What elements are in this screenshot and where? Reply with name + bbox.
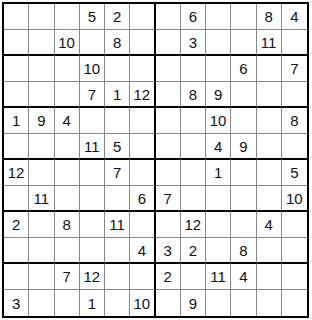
cell-r1c11-given[interactable]: 8 (257, 4, 282, 30)
cell-r10c2[interactable] (29, 238, 54, 264)
cell-r6c5-given[interactable]: 5 (105, 134, 130, 160)
cell-r4c6-given[interactable]: 12 (130, 82, 155, 108)
cell-r9c3-given[interactable]: 8 (55, 212, 80, 238)
cell-r11c8[interactable] (181, 264, 206, 290)
cell-r4c12[interactable] (282, 82, 307, 108)
cell-r7c2[interactable] (29, 160, 54, 186)
cell-r6c7[interactable] (156, 134, 181, 160)
cell-r7c10[interactable] (231, 160, 256, 186)
cell-r5c5[interactable] (105, 108, 130, 134)
cell-r2c4[interactable] (80, 30, 105, 56)
cell-r8c8[interactable] (181, 186, 206, 212)
cell-r9c11-given[interactable]: 4 (257, 212, 282, 238)
cell-r3c5[interactable] (105, 56, 130, 82)
cell-r7c12-given[interactable]: 5 (282, 160, 307, 186)
cell-r12c5[interactable] (105, 290, 130, 316)
cell-r7c8[interactable] (181, 160, 206, 186)
cell-r4c3[interactable] (55, 82, 80, 108)
cell-r8c4[interactable] (80, 186, 105, 212)
cell-r11c6[interactable] (130, 264, 155, 290)
cell-r12c7[interactable] (156, 290, 181, 316)
sudoku-board: 5268410831110677112891941081154912715116… (2, 2, 309, 318)
cell-r6c2[interactable] (29, 134, 54, 160)
cell-r12c4-given[interactable]: 1 (80, 290, 105, 316)
cell-r3c11[interactable] (257, 56, 282, 82)
cell-r8c3[interactable] (55, 186, 80, 212)
cell-r1c10[interactable] (231, 4, 256, 30)
cell-r4c1[interactable] (4, 82, 29, 108)
cell-r3c12-given[interactable]: 7 (282, 56, 307, 82)
cell-r11c5[interactable] (105, 264, 130, 290)
cell-r4c9-given[interactable]: 9 (206, 82, 231, 108)
cell-r1c6[interactable] (130, 4, 155, 30)
cell-r9c1-given[interactable]: 2 (4, 212, 29, 238)
cell-r2c2[interactable] (29, 30, 54, 56)
cell-r5c3-given[interactable]: 4 (55, 108, 80, 134)
cell-r1c12-given[interactable]: 4 (282, 4, 307, 30)
cell-r12c2[interactable] (29, 290, 54, 316)
cell-r11c10-given[interactable]: 4 (231, 264, 256, 290)
cell-r4c8-given[interactable]: 8 (181, 82, 206, 108)
cell-r4c5-given[interactable]: 1 (105, 82, 130, 108)
cell-r6c8[interactable] (181, 134, 206, 160)
cell-r8c1[interactable] (4, 186, 29, 212)
cell-r2c3-given[interactable]: 10 (55, 30, 80, 56)
cell-r5c7[interactable] (156, 108, 181, 134)
cell-r11c7-given[interactable]: 2 (156, 264, 181, 290)
cell-r5c11[interactable] (257, 108, 282, 134)
cell-r8c10[interactable] (231, 186, 256, 212)
cell-r9c8-given[interactable]: 12 (181, 212, 206, 238)
cell-r7c4[interactable] (80, 160, 105, 186)
cell-r6c12[interactable] (282, 134, 307, 160)
cell-r2c12[interactable] (282, 30, 307, 56)
cell-r12c6-given[interactable]: 10 (130, 290, 155, 316)
cell-r7c1-given[interactable]: 12 (4, 160, 29, 186)
cell-r1c3[interactable] (55, 4, 80, 30)
cell-r6c9-given[interactable]: 4 (206, 134, 231, 160)
cell-r10c11[interactable] (257, 238, 282, 264)
cell-r2c1[interactable] (4, 30, 29, 56)
cell-r10c9[interactable] (206, 238, 231, 264)
cell-r6c3[interactable] (55, 134, 80, 160)
cell-r11c9-given[interactable]: 11 (206, 264, 231, 290)
cell-r2c11-given[interactable]: 11 (257, 30, 282, 56)
cell-r8c6-given[interactable]: 6 (130, 186, 155, 212)
cell-r10c5[interactable] (105, 238, 130, 264)
cell-r2c10[interactable] (231, 30, 256, 56)
cell-r6c4-given[interactable]: 11 (80, 134, 105, 160)
cell-r1c2[interactable] (29, 4, 54, 30)
cell-r8c11[interactable] (257, 186, 282, 212)
cell-r10c1[interactable] (4, 238, 29, 264)
cell-r2c6[interactable] (130, 30, 155, 56)
cell-r4c7[interactable] (156, 82, 181, 108)
cell-r2c8-given[interactable]: 3 (181, 30, 206, 56)
cell-r7c3[interactable] (55, 160, 80, 186)
cell-r3c8[interactable] (181, 56, 206, 82)
cell-r3c2[interactable] (29, 56, 54, 82)
cell-r5c4[interactable] (80, 108, 105, 134)
cell-r7c11[interactable] (257, 160, 282, 186)
sudoku-page: 5268410831110677112891941081154912715116… (0, 0, 312, 320)
cell-r1c1[interactable] (4, 4, 29, 30)
cell-r3c3[interactable] (55, 56, 80, 82)
cell-r3c6[interactable] (130, 56, 155, 82)
cell-r1c9[interactable] (206, 4, 231, 30)
cell-r5c8[interactable] (181, 108, 206, 134)
cell-r5c2-given[interactable]: 9 (29, 108, 54, 134)
cell-r10c4[interactable] (80, 238, 105, 264)
cell-r3c9[interactable] (206, 56, 231, 82)
cell-r4c4-given[interactable]: 7 (80, 82, 105, 108)
cell-r5c9-given[interactable]: 10 (206, 108, 231, 134)
cell-r6c11[interactable] (257, 134, 282, 160)
cell-r9c9[interactable] (206, 212, 231, 238)
cell-r3c7[interactable] (156, 56, 181, 82)
cell-r10c8-given[interactable]: 2 (181, 238, 206, 264)
cell-r1c5-given[interactable]: 2 (105, 4, 130, 30)
cell-r11c3-given[interactable]: 7 (55, 264, 80, 290)
cell-r11c12[interactable] (282, 264, 307, 290)
cell-r11c4-given[interactable]: 12 (80, 264, 105, 290)
cell-r5c12-given[interactable]: 8 (282, 108, 307, 134)
cell-r7c7[interactable] (156, 160, 181, 186)
cell-r12c3[interactable] (55, 290, 80, 316)
cell-r11c1[interactable] (4, 264, 29, 290)
cell-r8c12-given[interactable]: 10 (282, 186, 307, 212)
cell-r7c6[interactable] (130, 160, 155, 186)
cell-r9c2[interactable] (29, 212, 54, 238)
cell-r1c8-given[interactable]: 6 (181, 4, 206, 30)
cell-r12c11[interactable] (257, 290, 282, 316)
cell-r10c6-given[interactable]: 4 (130, 238, 155, 264)
cell-r3c10-given[interactable]: 6 (231, 56, 256, 82)
cell-r12c9[interactable] (206, 290, 231, 316)
cell-r2c7[interactable] (156, 30, 181, 56)
cell-r5c1-given[interactable]: 1 (4, 108, 29, 134)
cell-r9c12[interactable] (282, 212, 307, 238)
cell-r3c1[interactable] (4, 56, 29, 82)
cell-r9c5-given[interactable]: 11 (105, 212, 130, 238)
cell-r6c6[interactable] (130, 134, 155, 160)
cell-r8c9[interactable] (206, 186, 231, 212)
cell-r7c9-given[interactable]: 1 (206, 160, 231, 186)
cell-r12c12[interactable] (282, 290, 307, 316)
cell-r9c4[interactable] (80, 212, 105, 238)
cell-r4c11[interactable] (257, 82, 282, 108)
cell-r1c4-given[interactable]: 5 (80, 4, 105, 30)
cell-r10c12[interactable] (282, 238, 307, 264)
cell-r11c2[interactable] (29, 264, 54, 290)
cell-r2c5-given[interactable]: 8 (105, 30, 130, 56)
cell-r3c4-given[interactable]: 10 (80, 56, 105, 82)
cell-r9c7[interactable] (156, 212, 181, 238)
cell-r10c3[interactable] (55, 238, 80, 264)
cell-r5c6[interactable] (130, 108, 155, 134)
cell-r8c5[interactable] (105, 186, 130, 212)
cell-r4c10[interactable] (231, 82, 256, 108)
cell-r5c10[interactable] (231, 108, 256, 134)
cell-r6c10-given[interactable]: 9 (231, 134, 256, 160)
cell-r10c7-given[interactable]: 3 (156, 238, 181, 264)
cell-r12c1-given[interactable]: 3 (4, 290, 29, 316)
cell-r8c2-given[interactable]: 11 (29, 186, 54, 212)
cell-r8c7-given[interactable]: 7 (156, 186, 181, 212)
cell-r1c7[interactable] (156, 4, 181, 30)
cell-r12c8-given[interactable]: 9 (181, 290, 206, 316)
cell-r12c10[interactable] (231, 290, 256, 316)
cell-r4c2[interactable] (29, 82, 54, 108)
cell-r9c6[interactable] (130, 212, 155, 238)
cell-r2c9[interactable] (206, 30, 231, 56)
cell-r9c10[interactable] (231, 212, 256, 238)
cell-r10c10-given[interactable]: 8 (231, 238, 256, 264)
cell-r6c1[interactable] (4, 134, 29, 160)
cell-r7c5-given[interactable]: 7 (105, 160, 130, 186)
cell-r11c11[interactable] (257, 264, 282, 290)
